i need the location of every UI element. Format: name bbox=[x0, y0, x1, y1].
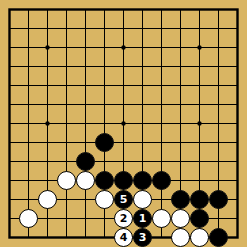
white-stone[interactable] bbox=[171, 209, 190, 228]
move-number-label: 4 bbox=[120, 232, 128, 243]
black-stone[interactable] bbox=[209, 190, 228, 209]
move-3-stone-black[interactable]: 3 bbox=[133, 228, 152, 247]
black-stone[interactable] bbox=[190, 190, 209, 209]
go-board-diagram: 52143 bbox=[0, 0, 247, 247]
black-stone[interactable] bbox=[190, 209, 209, 228]
move-number-label: 3 bbox=[139, 232, 147, 243]
white-stone[interactable] bbox=[171, 228, 190, 247]
move-number-label: 5 bbox=[120, 194, 128, 205]
white-stone[interactable] bbox=[133, 190, 152, 209]
white-stone[interactable] bbox=[57, 171, 76, 190]
black-stone[interactable] bbox=[152, 171, 171, 190]
go-board[interactable]: 52143 bbox=[0, 0, 247, 247]
white-stone[interactable] bbox=[19, 209, 38, 228]
black-stone[interactable] bbox=[76, 152, 95, 171]
black-stone[interactable] bbox=[114, 171, 133, 190]
black-stone[interactable] bbox=[171, 190, 190, 209]
black-stone[interactable] bbox=[95, 171, 114, 190]
black-stone[interactable] bbox=[209, 228, 228, 247]
white-stone[interactable] bbox=[152, 209, 171, 228]
white-stone[interactable] bbox=[95, 190, 114, 209]
move-number-label: 2 bbox=[120, 213, 128, 224]
move-2-stone-white[interactable]: 2 bbox=[114, 209, 133, 228]
white-stone[interactable] bbox=[190, 228, 209, 247]
white-stone[interactable] bbox=[38, 190, 57, 209]
black-stone[interactable] bbox=[133, 171, 152, 190]
black-stone[interactable] bbox=[95, 133, 114, 152]
move-1-stone-black[interactable]: 1 bbox=[133, 209, 152, 228]
move-number-label: 1 bbox=[139, 213, 147, 224]
move-5-stone-black[interactable]: 5 bbox=[114, 190, 133, 209]
move-4-stone-white[interactable]: 4 bbox=[114, 228, 133, 247]
white-stone[interactable] bbox=[76, 171, 95, 190]
